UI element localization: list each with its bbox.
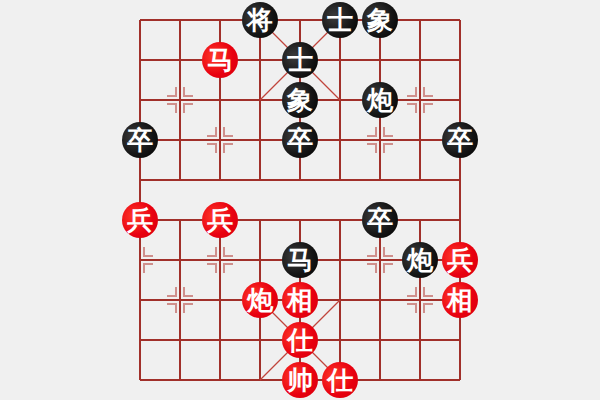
piece-black-horse[interactable]: 马 xyxy=(282,242,318,278)
piece-red-general[interactable]: 帅 xyxy=(282,362,318,398)
piece-black-advisor[interactable]: 士 xyxy=(282,42,318,78)
piece-red-advisor[interactable]: 仕 xyxy=(282,322,318,358)
piece-black-cannon[interactable]: 炮 xyxy=(362,82,398,118)
piece-black-soldier[interactable]: 卒 xyxy=(122,122,158,158)
piece-red-elephant[interactable]: 相 xyxy=(442,282,478,318)
piece-red-soldier[interactable]: 兵 xyxy=(442,242,478,278)
piece-black-soldier[interactable]: 卒 xyxy=(282,122,318,158)
piece-black-soldier[interactable]: 卒 xyxy=(442,122,478,158)
piece-black-soldier[interactable]: 卒 xyxy=(362,202,398,238)
piece-black-elephant[interactable]: 象 xyxy=(362,2,398,38)
xiangqi-app: 将士象马士象炮卒卒卒兵兵卒马炮兵炮相相仕帅仕 xyxy=(0,0,600,400)
xiangqi-board: 将士象马士象炮卒卒卒兵兵卒马炮兵炮相相仕帅仕 xyxy=(120,0,480,400)
piece-black-general[interactable]: 将 xyxy=(242,2,278,38)
piece-red-cannon[interactable]: 炮 xyxy=(242,282,278,318)
piece-red-advisor[interactable]: 仕 xyxy=(322,362,358,398)
piece-red-soldier[interactable]: 兵 xyxy=(202,202,238,238)
piece-black-advisor[interactable]: 士 xyxy=(322,2,358,38)
piece-red-elephant[interactable]: 相 xyxy=(282,282,318,318)
piece-black-cannon[interactable]: 炮 xyxy=(402,242,438,278)
piece-red-horse[interactable]: 马 xyxy=(202,42,238,78)
piece-black-elephant[interactable]: 象 xyxy=(282,82,318,118)
piece-red-soldier[interactable]: 兵 xyxy=(122,202,158,238)
